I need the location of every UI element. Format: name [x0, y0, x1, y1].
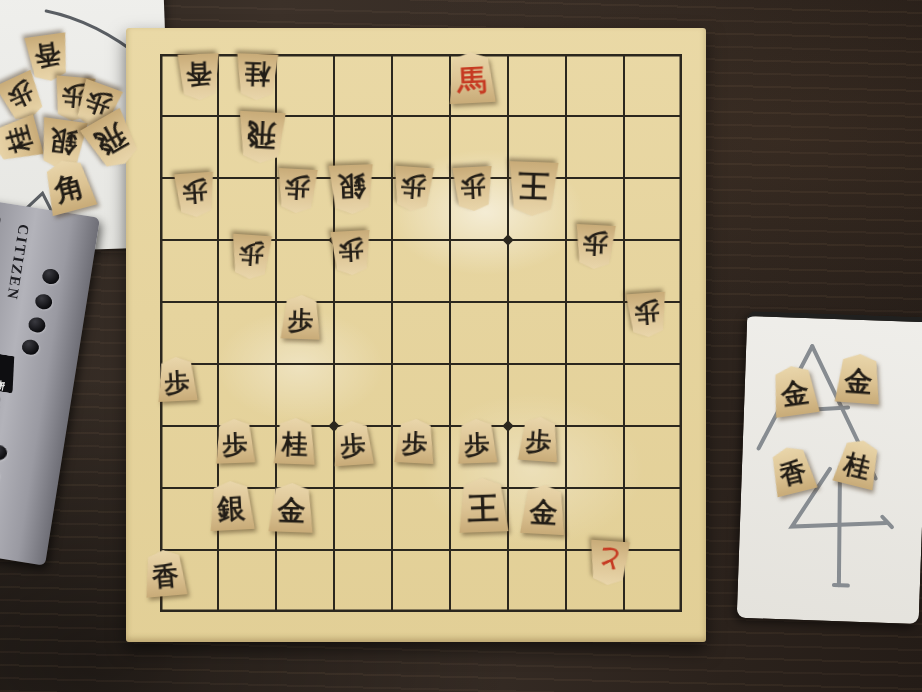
clock-suspend-button[interactable]: 中断	[0, 353, 18, 394]
shogi-piece-歩[interactable]: 歩	[574, 224, 616, 270]
piece-kanji: 桂	[842, 450, 874, 482]
piece-kanji: 歩	[284, 175, 310, 201]
shogi-piece-歩[interactable]: 歩	[156, 356, 198, 402]
shogi-piece-王[interactable]: 王	[507, 161, 559, 217]
piece-kanji: 銀	[336, 172, 365, 201]
shogi-piece-と[interactable]: と	[588, 540, 631, 587]
shogi-piece-金[interactable]: 金	[268, 482, 315, 533]
shogi-piece-歩[interactable]: 歩	[626, 292, 669, 339]
piece-kanji: 歩	[633, 299, 660, 326]
shogi-piece-桂[interactable]: 桂	[273, 417, 317, 464]
piece-kanji: 桂	[244, 61, 271, 88]
clock-round-button[interactable]	[41, 268, 60, 285]
piece-kanji: 歩	[460, 173, 486, 199]
piece-kanji: 歩	[238, 241, 265, 268]
shogi-board[interactable]: 香桂馬飛歩歩銀歩歩王歩歩歩歩歩歩歩桂歩歩歩歩銀金王金香と	[126, 28, 706, 642]
shogi-piece-歩[interactable]: 歩	[332, 420, 375, 467]
piece-kanji: 馬	[456, 65, 486, 95]
clock-suspend-label: 中断	[0, 371, 9, 375]
piece-kanji: 桂	[3, 123, 35, 155]
shogi-piece-歩[interactable]: 歩	[280, 294, 322, 339]
piece-kanji: 銀	[47, 125, 79, 157]
board-pieces-layer: 香桂馬飛歩歩銀歩歩王歩歩歩歩歩歩歩桂歩歩歩歩銀金王金香と	[126, 28, 706, 642]
piece-kanji: 王	[467, 492, 499, 524]
shogi-piece-歩[interactable]: 歩	[230, 234, 273, 281]
piece-kanji: 歩	[525, 428, 552, 455]
clock-round-button[interactable]	[21, 338, 40, 355]
piece-kanji: 金	[276, 495, 305, 524]
clock-round-button[interactable]	[34, 293, 53, 310]
shogi-piece-銀[interactable]: 銀	[207, 479, 255, 530]
sente-captured-tray-card	[737, 311, 922, 624]
shogi-piece-金[interactable]: 金	[519, 483, 567, 534]
piece-kanji: 歩	[338, 237, 364, 263]
piece-kanji: 歩	[400, 173, 427, 200]
shogi-piece-歩[interactable]: 歩	[392, 166, 435, 213]
shogi-piece-飛[interactable]: 飛	[236, 110, 286, 163]
piece-kanji: 香	[151, 562, 179, 590]
piece-kanji: 歩	[340, 432, 367, 459]
shogi-piece-歩[interactable]: 歩	[214, 418, 256, 463]
piece-kanji: 歩	[222, 431, 248, 457]
shogi-piece-歩[interactable]: 歩	[174, 172, 217, 219]
clock-brand-label: CITIZEN	[3, 223, 32, 302]
piece-kanji: 桂	[281, 430, 308, 457]
piece-kanji: 歩	[4, 79, 37, 112]
shogi-piece-馬[interactable]: 馬	[446, 50, 496, 103]
piece-kanji: 歩	[582, 231, 608, 257]
shogi-piece-歩[interactable]: 歩	[394, 418, 436, 464]
clock-round-button[interactable]	[27, 316, 46, 333]
clock-back-button[interactable]: 戻る	[0, 393, 4, 434]
shogi-piece-歩[interactable]: 歩	[456, 418, 498, 463]
piece-kanji: 角	[51, 170, 87, 206]
piece-kanji: 飛	[246, 119, 276, 149]
shogi-piece-香[interactable]: 香	[142, 548, 188, 597]
piece-kanji: 歩	[164, 368, 190, 394]
shogi-piece-歩[interactable]: 歩	[452, 166, 494, 212]
shogi-piece-香[interactable]: 香	[177, 53, 221, 100]
shogi-piece-歩[interactable]: 歩	[276, 168, 318, 214]
piece-kanji: 金	[528, 497, 557, 526]
shogi-piece-歩[interactable]: 歩	[518, 416, 561, 463]
shogi-piece-銀[interactable]: 銀	[328, 164, 375, 215]
card-doodle-A4	[737, 316, 922, 624]
shogi-piece-歩[interactable]: 歩	[330, 230, 372, 276]
shogi-piece-金[interactable]: 金	[768, 363, 819, 418]
piece-kanji: 王	[517, 170, 549, 202]
piece-kanji: と	[596, 547, 623, 574]
piece-kanji: 金	[779, 377, 811, 409]
piece-kanji: 歩	[464, 431, 490, 457]
piece-kanji: 金	[843, 366, 873, 396]
shogi-piece-王[interactable]: 王	[457, 477, 509, 533]
piece-kanji: 歩	[402, 430, 428, 456]
piece-kanji: 歩	[181, 179, 208, 206]
piece-kanji: 飛	[91, 119, 131, 159]
piece-kanji: 銀	[216, 493, 245, 522]
piece-kanji: 香	[777, 457, 809, 489]
shogi-piece-金[interactable]: 金	[834, 352, 882, 404]
shogi-piece-桂[interactable]: 桂	[235, 53, 279, 100]
piece-kanji: 香	[33, 41, 62, 70]
piece-kanji: 香	[185, 61, 212, 88]
piece-kanji: 歩	[288, 307, 314, 333]
clock-round-button[interactable]	[0, 444, 8, 461]
